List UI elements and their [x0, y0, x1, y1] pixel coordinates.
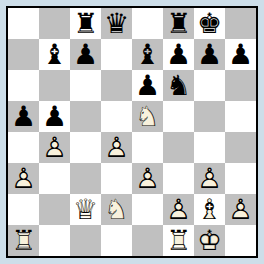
white-knight[interactable]: ♞♘ [132, 101, 163, 132]
black-king[interactable]: ♚ [194, 8, 225, 39]
white-piece-outline: ♖ [163, 225, 194, 256]
square-b2[interactable] [39, 194, 70, 225]
square-b8[interactable] [39, 8, 70, 39]
square-e5[interactable]: ♞♘ [132, 101, 163, 132]
white-piece-outline: ♘ [101, 194, 132, 225]
white-piece-outline: ♙ [101, 132, 132, 163]
square-d4[interactable]: ♟♙ [101, 132, 132, 163]
square-h5[interactable] [225, 101, 256, 132]
square-d8[interactable]: ♛ [101, 8, 132, 39]
square-h6[interactable] [225, 70, 256, 101]
white-pawn[interactable]: ♟♙ [8, 163, 39, 194]
square-a3[interactable]: ♟♙ [8, 163, 39, 194]
square-f1[interactable]: ♜♖ [163, 225, 194, 256]
square-c6[interactable] [70, 70, 101, 101]
square-c3[interactable] [70, 163, 101, 194]
square-g8[interactable]: ♚ [194, 8, 225, 39]
black-pawn[interactable]: ♟ [70, 39, 101, 70]
square-g6[interactable] [194, 70, 225, 101]
square-a4[interactable] [8, 132, 39, 163]
square-c5[interactable] [70, 101, 101, 132]
white-pawn[interactable]: ♟♙ [163, 194, 194, 225]
black-pawn[interactable]: ♟ [194, 39, 225, 70]
square-h8[interactable] [225, 8, 256, 39]
square-a5[interactable]: ♟ [8, 101, 39, 132]
square-h2[interactable]: ♟♙ [225, 194, 256, 225]
white-rook[interactable]: ♜♖ [8, 225, 39, 256]
square-f2[interactable]: ♟♙ [163, 194, 194, 225]
square-g1[interactable]: ♚♔ [194, 225, 225, 256]
square-e4[interactable] [132, 132, 163, 163]
black-knight[interactable]: ♞ [163, 70, 194, 101]
square-h7[interactable]: ♟ [225, 39, 256, 70]
white-pawn[interactable]: ♟♙ [39, 132, 70, 163]
square-e2[interactable] [132, 194, 163, 225]
white-piece-outline: ♕ [70, 194, 101, 225]
square-f3[interactable] [163, 163, 194, 194]
square-b7[interactable]: ♝ [39, 39, 70, 70]
white-piece-outline: ♙ [225, 194, 256, 225]
square-e6[interactable]: ♟ [132, 70, 163, 101]
white-piece-outline: ♙ [163, 194, 194, 225]
black-pawn[interactable]: ♟ [163, 39, 194, 70]
square-h1[interactable] [225, 225, 256, 256]
white-piece-outline: ♙ [8, 163, 39, 194]
white-knight[interactable]: ♞♘ [101, 194, 132, 225]
white-pawn[interactable]: ♟♙ [101, 132, 132, 163]
square-b6[interactable] [39, 70, 70, 101]
square-c1[interactable] [70, 225, 101, 256]
white-bishop[interactable]: ♝♗ [194, 194, 225, 225]
white-rook[interactable]: ♜♖ [163, 225, 194, 256]
white-piece-outline: ♖ [8, 225, 39, 256]
square-a6[interactable] [8, 70, 39, 101]
chess-board: ♜♛♜♚♝♟♝♟♟♟♟♞♟♟♞♘♟♙♟♙♟♙♟♙♟♙♛♕♞♘♟♙♝♗♟♙♜♖♜♖… [6, 6, 258, 258]
square-g3[interactable]: ♟♙ [194, 163, 225, 194]
square-e7[interactable]: ♝ [132, 39, 163, 70]
square-g7[interactable]: ♟ [194, 39, 225, 70]
square-h4[interactable] [225, 132, 256, 163]
square-a2[interactable] [8, 194, 39, 225]
square-f5[interactable] [163, 101, 194, 132]
white-piece-outline: ♔ [194, 225, 225, 256]
square-f4[interactable] [163, 132, 194, 163]
black-rook[interactable]: ♜ [163, 8, 194, 39]
black-pawn[interactable]: ♟ [39, 101, 70, 132]
square-e3[interactable]: ♟♙ [132, 163, 163, 194]
chess-diagram: ♜♛♜♚♝♟♝♟♟♟♟♞♟♟♞♘♟♙♟♙♟♙♟♙♟♙♛♕♞♘♟♙♝♗♟♙♜♖♜♖… [0, 0, 264, 264]
square-e1[interactable] [132, 225, 163, 256]
black-queen[interactable]: ♛ [101, 8, 132, 39]
square-f6[interactable]: ♞ [163, 70, 194, 101]
white-piece-outline: ♙ [194, 163, 225, 194]
square-c8[interactable]: ♜ [70, 8, 101, 39]
white-pawn[interactable]: ♟♙ [194, 163, 225, 194]
square-g4[interactable] [194, 132, 225, 163]
white-piece-outline: ♙ [132, 163, 163, 194]
square-d2[interactable]: ♞♘ [101, 194, 132, 225]
square-g5[interactable] [194, 101, 225, 132]
white-king[interactable]: ♚♔ [194, 225, 225, 256]
black-bishop[interactable]: ♝ [132, 39, 163, 70]
square-b5[interactable]: ♟ [39, 101, 70, 132]
black-bishop[interactable]: ♝ [39, 39, 70, 70]
square-a7[interactable] [8, 39, 39, 70]
square-c4[interactable] [70, 132, 101, 163]
black-pawn[interactable]: ♟ [132, 70, 163, 101]
black-pawn[interactable]: ♟ [225, 39, 256, 70]
square-f8[interactable]: ♜ [163, 8, 194, 39]
square-b3[interactable] [39, 163, 70, 194]
square-e8[interactable] [132, 8, 163, 39]
square-h3[interactable] [225, 163, 256, 194]
square-b4[interactable]: ♟♙ [39, 132, 70, 163]
square-a1[interactable]: ♜♖ [8, 225, 39, 256]
white-pawn[interactable]: ♟♙ [132, 163, 163, 194]
square-d7[interactable] [101, 39, 132, 70]
square-f7[interactable]: ♟ [163, 39, 194, 70]
black-rook[interactable]: ♜ [70, 8, 101, 39]
square-d6[interactable] [101, 70, 132, 101]
white-piece-outline: ♙ [39, 132, 70, 163]
white-queen[interactable]: ♛♕ [70, 194, 101, 225]
white-pawn[interactable]: ♟♙ [225, 194, 256, 225]
black-pawn[interactable]: ♟ [8, 101, 39, 132]
white-piece-outline: ♗ [194, 194, 225, 225]
square-b1[interactable] [39, 225, 70, 256]
square-d3[interactable] [101, 163, 132, 194]
square-g2[interactable]: ♝♗ [194, 194, 225, 225]
square-c7[interactable]: ♟ [70, 39, 101, 70]
square-c2[interactable]: ♛♕ [70, 194, 101, 225]
white-piece-outline: ♘ [132, 101, 163, 132]
square-a8[interactable] [8, 8, 39, 39]
square-d5[interactable] [101, 101, 132, 132]
square-d1[interactable] [101, 225, 132, 256]
